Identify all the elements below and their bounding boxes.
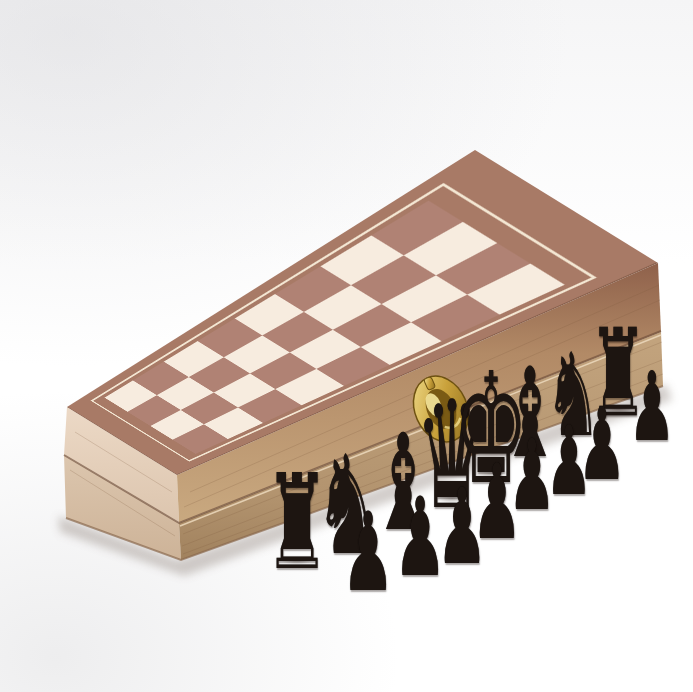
black-pawn-7-piece: ♟ bbox=[577, 395, 626, 495]
product-photo-scene: ♜♞♝♛♚♝♞♜♟♟♟♟♟♟♟♟ bbox=[0, 0, 693, 692]
black-pawn-8-piece: ♟ bbox=[628, 359, 675, 455]
black-pawn-1-piece: ♟ bbox=[341, 498, 395, 607]
